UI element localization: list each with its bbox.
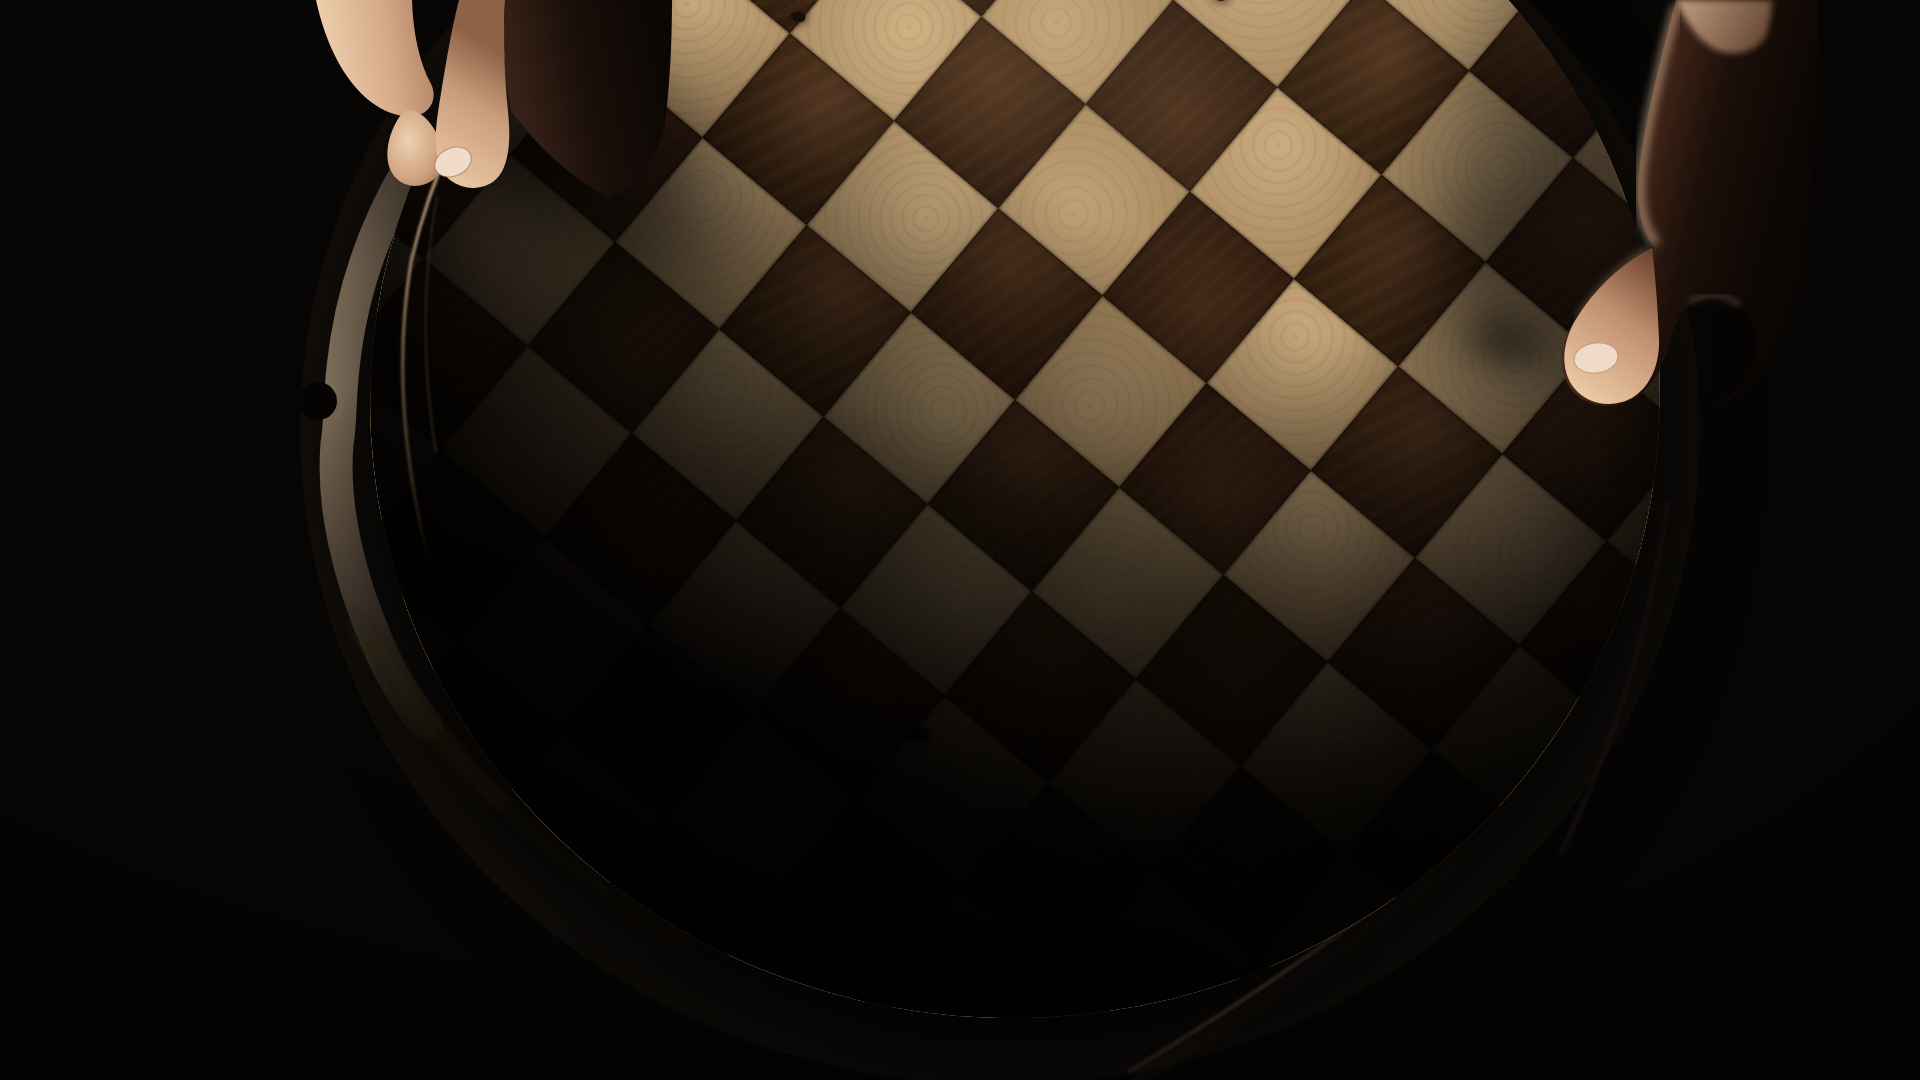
left-palm-silhouette bbox=[504, 0, 672, 198]
left-hand-fingers bbox=[316, 0, 434, 117]
left-index-fingertip bbox=[387, 110, 442, 186]
right-thumb bbox=[1564, 248, 1659, 404]
photo-scene bbox=[0, 0, 1920, 1080]
left-hand bbox=[316, 0, 672, 198]
right-hand bbox=[1562, 0, 1818, 406]
hands-overlay bbox=[0, 0, 1920, 1080]
board-underside-edge bbox=[426, 196, 437, 452]
